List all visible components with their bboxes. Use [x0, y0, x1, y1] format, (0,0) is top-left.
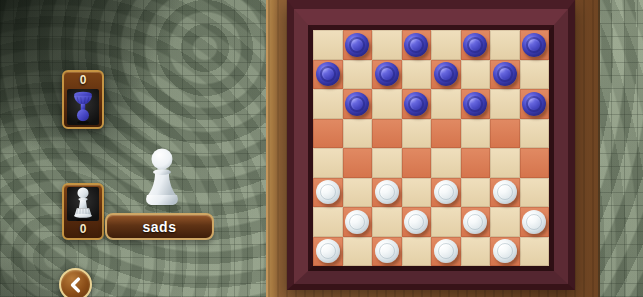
checker-piece-blue[interactable]	[404, 92, 428, 116]
board-square[interactable]	[343, 148, 373, 178]
checker-piece-blue[interactable]	[345, 92, 369, 116]
checker-piece-blue[interactable]	[493, 62, 517, 86]
board-frame	[287, 0, 575, 290]
board-square[interactable]	[343, 30, 373, 60]
board-square[interactable]	[520, 60, 550, 90]
board-square[interactable]	[372, 30, 402, 60]
checker-piece-white[interactable]	[375, 180, 399, 204]
checker-piece-blue[interactable]	[345, 33, 369, 57]
board-square[interactable]	[372, 178, 402, 208]
board-square[interactable]	[372, 119, 402, 149]
board-square[interactable]	[520, 119, 550, 149]
board-square[interactable]	[520, 89, 550, 119]
checker-piece-blue[interactable]	[434, 62, 458, 86]
board-square[interactable]	[343, 207, 373, 237]
white-piece-icon	[67, 187, 99, 221]
board-frame-bevel	[294, 9, 568, 284]
board-square[interactable]	[490, 178, 520, 208]
board-square[interactable]	[461, 89, 491, 119]
back-button[interactable]	[59, 268, 92, 297]
board-square[interactable]	[313, 148, 343, 178]
player-name-plate: sads	[105, 213, 214, 240]
checker-piece-white[interactable]	[434, 239, 458, 263]
board-square[interactable]	[343, 119, 373, 149]
checker-piece-white[interactable]	[375, 239, 399, 263]
board-square[interactable]	[461, 148, 491, 178]
checker-piece-white[interactable]	[493, 180, 517, 204]
board-square[interactable]	[490, 148, 520, 178]
board-square[interactable]	[520, 237, 550, 267]
board-square[interactable]	[431, 89, 461, 119]
board-square[interactable]	[402, 148, 432, 178]
board-square[interactable]	[343, 60, 373, 90]
board-square[interactable]	[343, 89, 373, 119]
board-square[interactable]	[461, 237, 491, 267]
checker-piece-blue[interactable]	[463, 92, 487, 116]
board-square[interactable]	[490, 119, 520, 149]
checker-piece-white[interactable]	[316, 239, 340, 263]
checker-piece-blue[interactable]	[463, 33, 487, 57]
game-screen: 0	[0, 0, 643, 297]
board-square[interactable]	[402, 119, 432, 149]
board-square[interactable]	[402, 237, 432, 267]
board-square[interactable]	[343, 237, 373, 267]
checker-piece-blue[interactable]	[375, 62, 399, 86]
board-square[interactable]	[490, 89, 520, 119]
board-square[interactable]	[431, 148, 461, 178]
blue-piece-icon	[67, 89, 99, 125]
board-square[interactable]	[313, 237, 343, 267]
board-square[interactable]	[372, 148, 402, 178]
checker-piece-blue[interactable]	[316, 62, 340, 86]
board-square[interactable]	[372, 60, 402, 90]
checker-piece-white[interactable]	[522, 210, 546, 234]
board-square[interactable]	[431, 178, 461, 208]
board-square[interactable]	[372, 237, 402, 267]
board-square[interactable]	[402, 30, 432, 60]
board-square[interactable]	[402, 207, 432, 237]
board-square[interactable]	[313, 178, 343, 208]
board-square[interactable]	[520, 178, 550, 208]
board-square[interactable]	[490, 237, 520, 267]
board-square[interactable]	[520, 207, 550, 237]
board-square[interactable]	[372, 207, 402, 237]
checker-piece-white[interactable]	[463, 210, 487, 234]
board-square[interactable]	[461, 119, 491, 149]
board-square[interactable]	[520, 30, 550, 60]
board-square[interactable]	[372, 89, 402, 119]
board-square[interactable]	[490, 60, 520, 90]
white-pawn-figure	[138, 146, 186, 214]
board-square[interactable]	[431, 237, 461, 267]
checker-piece-blue[interactable]	[522, 92, 546, 116]
player-captured-count: 0	[80, 222, 87, 237]
chevron-left-icon	[65, 274, 87, 296]
board-square[interactable]	[461, 207, 491, 237]
board-square[interactable]	[402, 89, 432, 119]
board-square[interactable]	[431, 119, 461, 149]
board-frame-inner-edge	[308, 25, 554, 271]
board-square[interactable]	[431, 207, 461, 237]
board-square[interactable]	[313, 119, 343, 149]
board-square[interactable]	[431, 60, 461, 90]
board-square[interactable]	[461, 30, 491, 60]
board-square[interactable]	[313, 30, 343, 60]
board-square[interactable]	[313, 89, 343, 119]
board-square[interactable]	[402, 178, 432, 208]
checker-piece-white[interactable]	[345, 210, 369, 234]
board-square[interactable]	[431, 30, 461, 60]
player-name-text: sads	[143, 219, 177, 235]
board-square[interactable]	[490, 207, 520, 237]
player-capture-panel: 0	[62, 183, 104, 240]
board-square[interactable]	[461, 60, 491, 90]
checker-piece-blue[interactable]	[404, 33, 428, 57]
board-square[interactable]	[520, 148, 550, 178]
checker-piece-white[interactable]	[493, 239, 517, 263]
checker-piece-blue[interactable]	[522, 33, 546, 57]
board-square[interactable]	[490, 30, 520, 60]
checker-piece-white[interactable]	[434, 180, 458, 204]
checker-piece-white[interactable]	[404, 210, 428, 234]
opponent-captured-count: 0	[80, 73, 87, 88]
checker-piece-white[interactable]	[316, 180, 340, 204]
board-square[interactable]	[402, 60, 432, 90]
board-square[interactable]	[343, 178, 373, 208]
board-square[interactable]	[313, 207, 343, 237]
opponent-capture-panel: 0	[62, 70, 104, 129]
board-square[interactable]	[461, 178, 491, 208]
checkers-board	[313, 30, 549, 266]
board-square[interactable]	[313, 60, 343, 90]
